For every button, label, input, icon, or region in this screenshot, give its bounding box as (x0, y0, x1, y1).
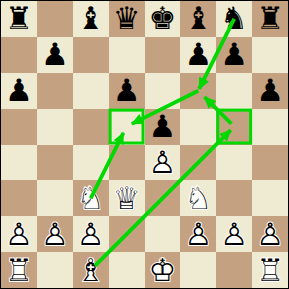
square-c5[interactable] (73, 109, 109, 145)
square-f5[interactable] (180, 109, 216, 145)
white-pawn-piece[interactable]: ♟♙ (216, 216, 252, 252)
square-h2[interactable]: ♟♙ (252, 216, 288, 252)
white-pawn-piece[interactable]: ♟♙ (73, 216, 109, 252)
black-pawn-piece[interactable]: ♟ (1, 73, 37, 109)
square-b4[interactable] (37, 145, 73, 181)
square-a6[interactable]: ♟ (1, 73, 37, 109)
black-pawn-piece[interactable]: ♟ (180, 37, 216, 73)
square-a7[interactable] (1, 37, 37, 73)
square-f2[interactable]: ♟♙ (180, 216, 216, 252)
square-f6[interactable] (180, 73, 216, 109)
white-rook-piece[interactable]: ♜♖ (252, 252, 288, 288)
black-pawn-piece[interactable]: ♟ (145, 109, 181, 145)
black-rook-piece[interactable]: ♜ (1, 1, 37, 37)
square-c7[interactable] (73, 37, 109, 73)
square-e7[interactable] (145, 37, 181, 73)
square-e6[interactable] (145, 73, 181, 109)
black-pawn-piece[interactable]: ♟ (37, 37, 73, 73)
square-e1[interactable]: ♚♔ (145, 252, 181, 288)
square-f4[interactable] (180, 145, 216, 181)
white-queen-piece[interactable]: ♛♕ (109, 180, 145, 216)
white-knight-piece[interactable]: ♞♘ (180, 180, 216, 216)
square-b7[interactable]: ♟ (37, 37, 73, 73)
black-knight-piece[interactable]: ♞ (216, 1, 252, 37)
square-h7[interactable] (252, 37, 288, 73)
square-b6[interactable] (37, 73, 73, 109)
chess-board: ♜♝♛♚♝♞♜♟♟♟♟♟♟♟♟♙♞♘♛♕♞♘♟♙♟♙♟♙♟♙♟♙♟♙♜♖♝♗♚♔… (1, 1, 288, 288)
square-c3[interactable]: ♞♘ (73, 180, 109, 216)
white-pawn-piece[interactable]: ♟♙ (1, 216, 37, 252)
square-b1[interactable] (37, 252, 73, 288)
white-knight-piece[interactable]: ♞♘ (73, 180, 109, 216)
square-e5[interactable]: ♟ (145, 109, 181, 145)
square-d7[interactable] (109, 37, 145, 73)
white-pawn-piece[interactable]: ♟♙ (37, 216, 73, 252)
square-d2[interactable] (109, 216, 145, 252)
black-pawn-piece[interactable]: ♟ (109, 73, 145, 109)
square-g1[interactable] (216, 252, 252, 288)
square-f3[interactable]: ♞♘ (180, 180, 216, 216)
square-g4[interactable] (216, 145, 252, 181)
square-h8[interactable]: ♜ (252, 1, 288, 37)
square-d5[interactable] (109, 109, 145, 145)
square-h1[interactable]: ♜♖ (252, 252, 288, 288)
square-g7[interactable]: ♟ (216, 37, 252, 73)
square-e3[interactable] (145, 180, 181, 216)
black-pawn-piece[interactable]: ♟ (252, 73, 288, 109)
square-d1[interactable] (109, 252, 145, 288)
square-b2[interactable]: ♟♙ (37, 216, 73, 252)
white-pawn-piece[interactable]: ♟♙ (145, 145, 181, 181)
square-g5[interactable] (216, 109, 252, 145)
square-d4[interactable] (109, 145, 145, 181)
square-d8[interactable]: ♛ (109, 1, 145, 37)
square-f1[interactable] (180, 252, 216, 288)
black-bishop-piece[interactable]: ♝ (73, 1, 109, 37)
black-bishop-piece[interactable]: ♝ (180, 1, 216, 37)
white-pawn-piece[interactable]: ♟♙ (252, 216, 288, 252)
square-c1[interactable]: ♝♗ (73, 252, 109, 288)
square-a8[interactable]: ♜ (1, 1, 37, 37)
square-f7[interactable]: ♟ (180, 37, 216, 73)
square-e8[interactable]: ♚ (145, 1, 181, 37)
square-c4[interactable] (73, 145, 109, 181)
square-h5[interactable] (252, 109, 288, 145)
square-e2[interactable] (145, 216, 181, 252)
white-bishop-piece[interactable]: ♝♗ (73, 252, 109, 288)
square-a4[interactable] (1, 145, 37, 181)
white-king-piece[interactable]: ♚♔ (145, 252, 181, 288)
black-queen-piece[interactable]: ♛ (109, 1, 145, 37)
board-frame: ♜♝♛♚♝♞♜♟♟♟♟♟♟♟♟♙♞♘♛♕♞♘♟♙♟♙♟♙♟♙♟♙♟♙♜♖♝♗♚♔… (0, 0, 289, 289)
square-b8[interactable] (37, 1, 73, 37)
white-rook-piece[interactable]: ♜♖ (1, 252, 37, 288)
square-a1[interactable]: ♜♖ (1, 252, 37, 288)
square-h6[interactable]: ♟ (252, 73, 288, 109)
square-c2[interactable]: ♟♙ (73, 216, 109, 252)
white-pawn-piece[interactable]: ♟♙ (180, 216, 216, 252)
square-h3[interactable] (252, 180, 288, 216)
square-a2[interactable]: ♟♙ (1, 216, 37, 252)
square-g2[interactable]: ♟♙ (216, 216, 252, 252)
square-g6[interactable] (216, 73, 252, 109)
square-a5[interactable] (1, 109, 37, 145)
square-f8[interactable]: ♝ (180, 1, 216, 37)
square-c6[interactable] (73, 73, 109, 109)
square-g3[interactable] (216, 180, 252, 216)
square-d6[interactable]: ♟ (109, 73, 145, 109)
black-pawn-piece[interactable]: ♟ (216, 37, 252, 73)
square-h4[interactable] (252, 145, 288, 181)
square-e4[interactable]: ♟♙ (145, 145, 181, 181)
square-d3[interactable]: ♛♕ (109, 180, 145, 216)
square-c8[interactable]: ♝ (73, 1, 109, 37)
black-king-piece[interactable]: ♚ (145, 1, 181, 37)
square-g8[interactable]: ♞ (216, 1, 252, 37)
square-b5[interactable] (37, 109, 73, 145)
black-rook-piece[interactable]: ♜ (252, 1, 288, 37)
square-a3[interactable] (1, 180, 37, 216)
square-b3[interactable] (37, 180, 73, 216)
